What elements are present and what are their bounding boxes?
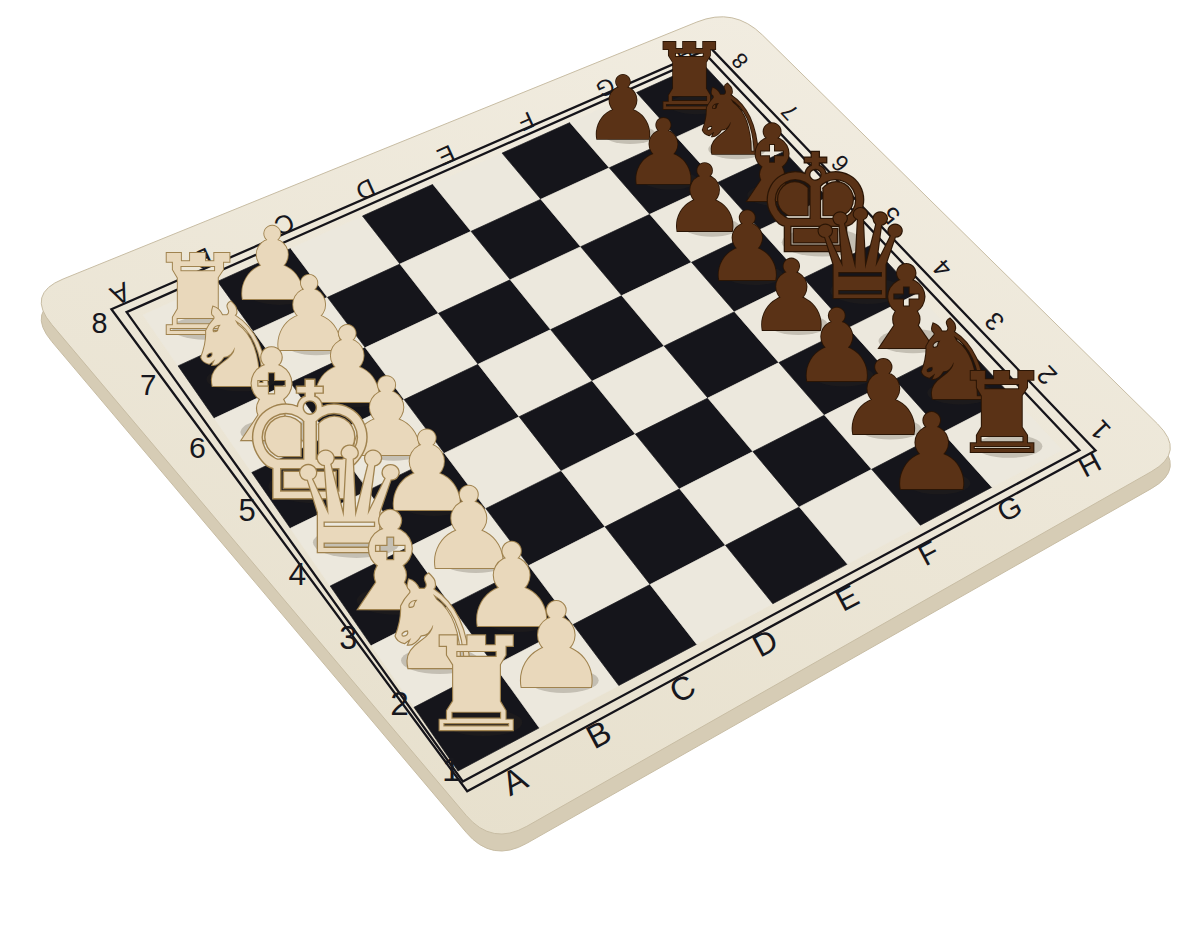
chess-board: 8877665544332211AABBCCDDEEFFGGHH♜♟♞♟♝♟♚♟…: [0, 0, 1200, 933]
coord-number-bottomleft-7: 7: [140, 368, 156, 401]
piece-white-rook-a1[interactable]: ♜: [418, 610, 534, 761]
coord-number-bottomleft-8: 8: [91, 307, 107, 339]
chessboard-photo: 8877665544332211AABBCCDDEEFFGGHH♜♟♞♟♝♟♚♟…: [0, 0, 1200, 933]
coord-number-bottomleft-6: 6: [189, 431, 206, 464]
piece-black-pawn-g1[interactable]: ♟: [884, 391, 978, 514]
